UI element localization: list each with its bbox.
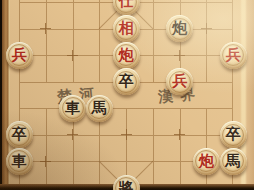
piece-glyph: 馬 [86, 95, 113, 122]
piece-glyph: 車 [6, 148, 33, 175]
point-marker [174, 129, 185, 140]
piece-red-cannon[interactable]: 炮 [113, 42, 140, 69]
piece-glyph: 車 [59, 95, 86, 122]
piece-glyph: 卒 [220, 121, 247, 148]
board-cell [73, 2, 100, 29]
piece-red-cannon[interactable]: 炮 [193, 148, 220, 175]
piece-red-elephant[interactable]: 相 [113, 15, 140, 42]
board-cell [153, 188, 180, 190]
piece-red-soldier[interactable]: 兵 [220, 42, 247, 69]
piece-black-horse[interactable]: 馬 [220, 148, 247, 175]
piece-black-soldier[interactable]: 卒 [220, 121, 247, 148]
piece-glyph: 將 [113, 175, 140, 190]
piece-glyph: 兵 [220, 42, 247, 69]
piece-black-chariot[interactable]: 車 [6, 148, 33, 175]
piece-black-chariot[interactable]: 車 [59, 95, 86, 122]
board-cell [206, 188, 233, 190]
xiangqi-board[interactable]: 楚河 漢界 仕相炮兵炮兵卒兵車馬卒卒車炮馬將 [0, 0, 254, 190]
board-cell [19, 188, 46, 190]
board-cell [73, 161, 100, 188]
board-cell [206, 82, 233, 109]
point-marker [174, 50, 185, 61]
piece-glyph: 仕 [113, 0, 140, 15]
piece-glyph: 炮 [113, 42, 140, 69]
piece-black-general[interactable]: 將 [113, 175, 140, 190]
board-cell [46, 188, 73, 190]
piece-glyph: 炮 [166, 15, 193, 42]
point-marker [40, 23, 51, 34]
board-cell [19, 82, 46, 109]
piece-glyph: 馬 [220, 148, 247, 175]
piece-red-soldier[interactable]: 兵 [6, 42, 33, 69]
piece-red-advisor[interactable]: 仕 [113, 0, 140, 15]
point-marker [40, 156, 51, 167]
piece-glyph: 兵 [6, 42, 33, 69]
point-marker [67, 50, 78, 61]
board-cell [73, 188, 100, 190]
piece-black-soldier[interactable]: 卒 [113, 68, 140, 95]
point-marker [121, 129, 132, 140]
board-cell [180, 188, 207, 190]
piece-black-horse[interactable]: 馬 [86, 95, 113, 122]
piece-black-soldier[interactable]: 卒 [6, 121, 33, 148]
piece-red-soldier[interactable]: 兵 [166, 68, 193, 95]
piece-glyph: 炮 [193, 148, 220, 175]
point-marker [201, 23, 212, 34]
board-cell [153, 161, 180, 188]
piece-glyph: 兵 [166, 68, 193, 95]
piece-glyph: 卒 [6, 121, 33, 148]
piece-black-cannon[interactable]: 炮 [166, 15, 193, 42]
piece-glyph: 相 [113, 15, 140, 42]
piece-glyph: 卒 [113, 68, 140, 95]
point-marker [67, 129, 78, 140]
